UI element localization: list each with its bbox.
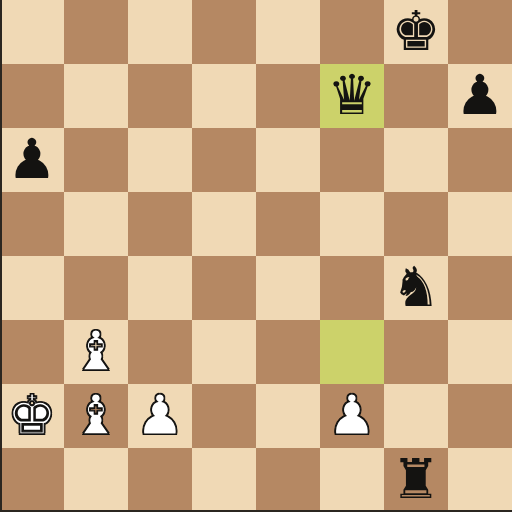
white-pawn-piece[interactable]: ♟	[320, 384, 384, 448]
square-e4[interactable]	[256, 256, 320, 320]
square-g8[interactable]: ♚	[384, 0, 448, 64]
square-d4[interactable]	[192, 256, 256, 320]
square-b8[interactable]	[64, 0, 128, 64]
square-e8[interactable]	[256, 0, 320, 64]
square-a4[interactable]	[0, 256, 64, 320]
square-d5[interactable]	[192, 192, 256, 256]
square-e1[interactable]	[256, 448, 320, 512]
square-g5[interactable]	[384, 192, 448, 256]
square-a1[interactable]	[0, 448, 64, 512]
square-e2[interactable]	[256, 384, 320, 448]
black-pawn-piece[interactable]: ♟	[448, 64, 512, 128]
square-b3[interactable]: ♝	[64, 320, 128, 384]
white-pawn-piece[interactable]: ♟	[128, 384, 192, 448]
square-h1[interactable]	[448, 448, 512, 512]
square-a7[interactable]	[0, 64, 64, 128]
square-f5[interactable]	[320, 192, 384, 256]
square-d6[interactable]	[192, 128, 256, 192]
window-edge-left	[0, 0, 2, 512]
square-a8[interactable]	[0, 0, 64, 64]
square-g3[interactable]	[384, 320, 448, 384]
square-f6[interactable]	[320, 128, 384, 192]
square-c6[interactable]	[128, 128, 192, 192]
black-king-piece[interactable]: ♚	[384, 0, 448, 64]
square-d7[interactable]	[192, 64, 256, 128]
square-d2[interactable]	[192, 384, 256, 448]
square-f8[interactable]	[320, 0, 384, 64]
black-rook-piece[interactable]: ♜	[384, 448, 448, 512]
square-g7[interactable]	[384, 64, 448, 128]
square-f2[interactable]: ♟	[320, 384, 384, 448]
chess-board: ♚♛♟♟♞♝♚♝♟♟♜	[0, 0, 512, 512]
square-f3[interactable]	[320, 320, 384, 384]
square-d8[interactable]	[192, 0, 256, 64]
square-a6[interactable]: ♟	[0, 128, 64, 192]
square-h8[interactable]	[448, 0, 512, 64]
square-e6[interactable]	[256, 128, 320, 192]
square-c3[interactable]	[128, 320, 192, 384]
square-b5[interactable]	[64, 192, 128, 256]
square-a3[interactable]	[0, 320, 64, 384]
square-h7[interactable]: ♟	[448, 64, 512, 128]
square-b4[interactable]	[64, 256, 128, 320]
square-a5[interactable]	[0, 192, 64, 256]
square-c5[interactable]	[128, 192, 192, 256]
white-king-piece[interactable]: ♚	[0, 384, 64, 448]
square-h2[interactable]	[448, 384, 512, 448]
black-queen-piece[interactable]: ♛	[320, 64, 384, 128]
white-bishop-piece[interactable]: ♝	[64, 320, 128, 384]
square-h5[interactable]	[448, 192, 512, 256]
square-e5[interactable]	[256, 192, 320, 256]
chess-app-window: ♚♛♟♟♞♝♚♝♟♟♜	[0, 0, 512, 512]
white-bishop-piece[interactable]: ♝	[64, 384, 128, 448]
square-c8[interactable]	[128, 0, 192, 64]
square-g4[interactable]: ♞	[384, 256, 448, 320]
square-c7[interactable]	[128, 64, 192, 128]
black-pawn-piece[interactable]: ♟	[0, 128, 64, 192]
square-c2[interactable]: ♟	[128, 384, 192, 448]
square-h3[interactable]	[448, 320, 512, 384]
square-f1[interactable]	[320, 448, 384, 512]
square-h6[interactable]	[448, 128, 512, 192]
square-e7[interactable]	[256, 64, 320, 128]
square-f4[interactable]	[320, 256, 384, 320]
square-b6[interactable]	[64, 128, 128, 192]
square-c1[interactable]	[128, 448, 192, 512]
square-d1[interactable]	[192, 448, 256, 512]
square-g1[interactable]: ♜	[384, 448, 448, 512]
square-h4[interactable]	[448, 256, 512, 320]
square-e3[interactable]	[256, 320, 320, 384]
square-b7[interactable]	[64, 64, 128, 128]
black-knight-piece[interactable]: ♞	[384, 256, 448, 320]
square-b1[interactable]	[64, 448, 128, 512]
square-b2[interactable]: ♝	[64, 384, 128, 448]
square-a2[interactable]: ♚	[0, 384, 64, 448]
square-g6[interactable]	[384, 128, 448, 192]
square-g2[interactable]	[384, 384, 448, 448]
square-c4[interactable]	[128, 256, 192, 320]
square-d3[interactable]	[192, 320, 256, 384]
square-f7[interactable]: ♛	[320, 64, 384, 128]
